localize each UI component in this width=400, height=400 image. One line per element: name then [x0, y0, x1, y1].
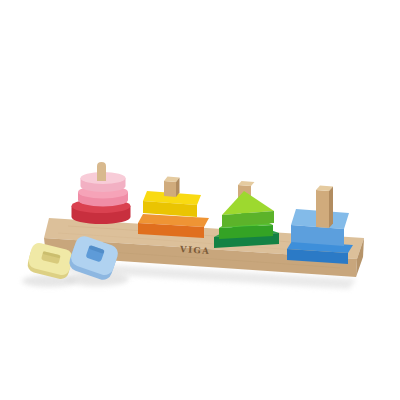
brand-engraving: VIGA: [179, 244, 211, 256]
stacking-toy-photo: VIGA: [0, 0, 400, 400]
product-photo-stage: VIGA: [0, 0, 400, 400]
photo-background: [0, 0, 400, 400]
square-stack-peg-front: [164, 181, 176, 197]
blue-stack-peg-side: [329, 187, 333, 229]
circle-stack-peg: [97, 162, 106, 181]
blue-stack-peg-front: [316, 190, 329, 228]
